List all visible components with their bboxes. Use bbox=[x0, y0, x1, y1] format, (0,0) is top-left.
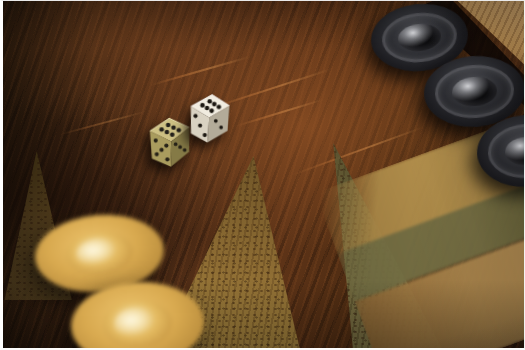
backgammon-photo bbox=[0, 0, 525, 350]
white-die[interactable] bbox=[180, 90, 232, 151]
